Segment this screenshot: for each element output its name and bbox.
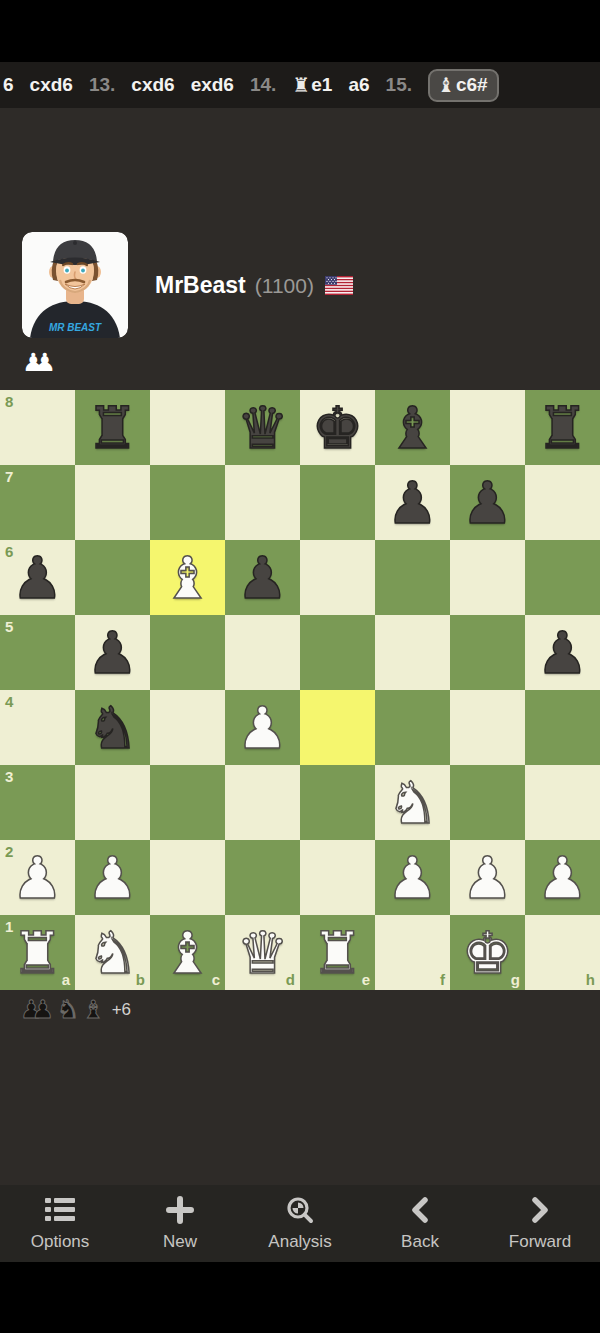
white-rook[interactable]: ♜ bbox=[300, 915, 375, 990]
square-b3[interactable] bbox=[75, 765, 150, 840]
white-pawn[interactable]: ♟ bbox=[0, 840, 75, 915]
chess-board[interactable]: 8♜♛♚♝♜7♟♟6♟♝♟5♟♟4♞♟3♞2♟♟♟♟♟1a♜b♞c♝d♛e♜fg… bbox=[0, 390, 600, 990]
options-list-icon bbox=[45, 1195, 75, 1225]
square-g8[interactable] bbox=[450, 390, 525, 465]
square-d4[interactable]: ♟ bbox=[225, 690, 300, 765]
app-screen: 6cxd613.cxd6exd614.♜e1a615.♝c6# bbox=[0, 0, 600, 1333]
square-g2[interactable]: ♟ bbox=[450, 840, 525, 915]
square-h5[interactable]: ♟ bbox=[525, 615, 600, 690]
white-king[interactable]: ♚ bbox=[450, 915, 525, 990]
square-f6[interactable] bbox=[375, 540, 450, 615]
move-number: 14. bbox=[250, 74, 276, 96]
black-pawn[interactable]: ♟ bbox=[225, 540, 300, 615]
square-e7[interactable] bbox=[300, 465, 375, 540]
square-d1[interactable]: d♛ bbox=[225, 915, 300, 990]
square-d3[interactable] bbox=[225, 765, 300, 840]
square-g6[interactable] bbox=[450, 540, 525, 615]
black-rook[interactable]: ♜ bbox=[75, 390, 150, 465]
square-h7[interactable] bbox=[525, 465, 600, 540]
us-flag-icon bbox=[325, 276, 353, 295]
white-pawn[interactable]: ♟ bbox=[375, 840, 450, 915]
square-d7[interactable] bbox=[225, 465, 300, 540]
move-item-selected[interactable]: ♝c6# bbox=[428, 69, 499, 102]
square-g4[interactable] bbox=[450, 690, 525, 765]
square-g3[interactable] bbox=[450, 765, 525, 840]
square-e3[interactable] bbox=[300, 765, 375, 840]
square-a3[interactable]: 3 bbox=[0, 765, 75, 840]
black-pawn[interactable]: ♟ bbox=[450, 465, 525, 540]
captured-white-pawn-icon: ♟ bbox=[33, 348, 55, 378]
square-a6[interactable]: 6♟ bbox=[0, 540, 75, 615]
square-c2[interactable] bbox=[150, 840, 225, 915]
square-b4[interactable]: ♞ bbox=[75, 690, 150, 765]
square-e5[interactable] bbox=[300, 615, 375, 690]
square-h3[interactable] bbox=[525, 765, 600, 840]
white-queen[interactable]: ♛ bbox=[225, 915, 300, 990]
captured-black-bishop-icon: ♝ bbox=[82, 995, 104, 1025]
rank-label-3: 3 bbox=[5, 768, 13, 785]
square-c5[interactable] bbox=[150, 615, 225, 690]
plus-icon bbox=[166, 1195, 194, 1225]
square-g5[interactable] bbox=[450, 615, 525, 690]
square-f4[interactable] bbox=[375, 690, 450, 765]
move-item[interactable]: 6 bbox=[3, 74, 14, 96]
square-c4[interactable] bbox=[150, 690, 225, 765]
black-pawn[interactable]: ♟ bbox=[0, 540, 75, 615]
move-item[interactable]: a6 bbox=[348, 74, 369, 96]
nav-forward-label: Forward bbox=[509, 1232, 571, 1252]
square-d6[interactable]: ♟ bbox=[225, 540, 300, 615]
square-e8[interactable]: ♚ bbox=[300, 390, 375, 465]
nav-options-button[interactable]: Options bbox=[0, 1185, 120, 1262]
square-e1[interactable]: e♜ bbox=[300, 915, 375, 990]
nav-back-button[interactable]: Back bbox=[360, 1185, 480, 1262]
nav-back-label: Back bbox=[401, 1232, 439, 1252]
rank-label-8: 8 bbox=[5, 393, 13, 410]
square-c3[interactable] bbox=[150, 765, 225, 840]
square-b5[interactable]: ♟ bbox=[75, 615, 150, 690]
square-b8[interactable]: ♜ bbox=[75, 390, 150, 465]
rook-figurine-icon: ♜ bbox=[292, 73, 310, 97]
square-f8[interactable]: ♝ bbox=[375, 390, 450, 465]
square-e4[interactable] bbox=[300, 690, 375, 765]
square-e2[interactable] bbox=[300, 840, 375, 915]
chevron-right-icon bbox=[528, 1195, 552, 1225]
player-info-top: MrBeast (1100) bbox=[155, 272, 353, 299]
square-h4[interactable] bbox=[525, 690, 600, 765]
square-c1[interactable]: c♝ bbox=[150, 915, 225, 990]
analysis-magnifier-icon bbox=[286, 1195, 314, 1225]
rank-label-5: 5 bbox=[5, 618, 13, 635]
file-label-h: h bbox=[586, 971, 595, 988]
square-d2[interactable] bbox=[225, 840, 300, 915]
white-knight[interactable]: ♞ bbox=[375, 765, 450, 840]
square-b7[interactable] bbox=[75, 465, 150, 540]
mrbeast-avatar-image: MR BEAST bbox=[22, 232, 128, 338]
square-h6[interactable] bbox=[525, 540, 600, 615]
nav-new-button[interactable]: New bbox=[120, 1185, 240, 1262]
bishop-figurine-icon: ♝ bbox=[437, 73, 455, 97]
move-number: 15. bbox=[386, 74, 412, 96]
square-c7[interactable] bbox=[150, 465, 225, 540]
move-item[interactable]: exd6 bbox=[191, 74, 234, 96]
chevron-left-icon bbox=[408, 1195, 432, 1225]
white-knight[interactable]: ♞ bbox=[75, 915, 150, 990]
bottom-nav: Options New Analysis bbox=[0, 1185, 600, 1262]
square-b2[interactable]: ♟ bbox=[75, 840, 150, 915]
white-pawn[interactable]: ♟ bbox=[75, 840, 150, 915]
square-c8[interactable] bbox=[150, 390, 225, 465]
svg-text:MR BEAST: MR BEAST bbox=[49, 322, 102, 333]
square-c6[interactable]: ♝ bbox=[150, 540, 225, 615]
square-a1[interactable]: 1a♜ bbox=[0, 915, 75, 990]
black-rook[interactable]: ♜ bbox=[525, 390, 600, 465]
square-g1[interactable]: g♚ bbox=[450, 915, 525, 990]
rank-label-7: 7 bbox=[5, 468, 13, 485]
player-avatar[interactable]: MR BEAST bbox=[22, 232, 128, 338]
white-rook[interactable]: ♜ bbox=[0, 915, 75, 990]
square-a5[interactable]: 5 bbox=[0, 615, 75, 690]
black-bishop[interactable]: ♝ bbox=[375, 390, 450, 465]
nav-new-label: New bbox=[163, 1232, 197, 1252]
square-h8[interactable]: ♜ bbox=[525, 390, 600, 465]
player-rating: (1100) bbox=[255, 274, 314, 298]
nav-analysis-label: Analysis bbox=[268, 1232, 331, 1252]
status-bar bbox=[0, 0, 600, 62]
square-g7[interactable]: ♟ bbox=[450, 465, 525, 540]
black-queen[interactable]: ♛ bbox=[225, 390, 300, 465]
square-f5[interactable] bbox=[375, 615, 450, 690]
black-pawn[interactable]: ♟ bbox=[75, 615, 150, 690]
black-knight[interactable]: ♞ bbox=[75, 690, 150, 765]
material-advantage: +6 bbox=[112, 1000, 131, 1020]
square-f2[interactable]: ♟ bbox=[375, 840, 450, 915]
captured-black-pawn-icon: ♟ bbox=[31, 995, 53, 1025]
white-bishop[interactable]: ♝ bbox=[150, 915, 225, 990]
square-a4[interactable]: 4 bbox=[0, 690, 75, 765]
black-pawn[interactable]: ♟ bbox=[375, 465, 450, 540]
square-h2[interactable]: ♟ bbox=[525, 840, 600, 915]
nav-forward-button[interactable]: Forward bbox=[480, 1185, 600, 1262]
square-d8[interactable]: ♛ bbox=[225, 390, 300, 465]
square-f1[interactable]: f bbox=[375, 915, 450, 990]
nav-analysis-button[interactable]: Analysis bbox=[240, 1185, 360, 1262]
move-number: 13. bbox=[89, 74, 115, 96]
square-b6[interactable] bbox=[75, 540, 150, 615]
square-a8[interactable]: 8 bbox=[0, 390, 75, 465]
move-item[interactable]: cxd6 bbox=[30, 74, 73, 96]
white-pawn[interactable]: ♟ bbox=[450, 840, 525, 915]
black-king[interactable]: ♚ bbox=[300, 390, 375, 465]
black-pawn[interactable]: ♟ bbox=[525, 615, 600, 690]
square-e6[interactable] bbox=[300, 540, 375, 615]
white-pawn[interactable]: ♟ bbox=[525, 840, 600, 915]
captured-black-knight-icon: ♞ bbox=[57, 995, 79, 1025]
file-label-f: f bbox=[440, 971, 445, 988]
square-a7[interactable]: 7 bbox=[0, 465, 75, 540]
square-f7[interactable]: ♟ bbox=[375, 465, 450, 540]
move-item[interactable]: cxd6 bbox=[131, 74, 174, 96]
player-name[interactable]: MrBeast bbox=[155, 272, 246, 299]
captured-pieces-bottom: ♟♟♞♝+6 bbox=[20, 993, 131, 1027]
square-b1[interactable]: b♞ bbox=[75, 915, 150, 990]
captured-pieces-top: ♟♟ bbox=[22, 348, 56, 378]
square-d5[interactable] bbox=[225, 615, 300, 690]
white-bishop[interactable]: ♝ bbox=[150, 540, 225, 615]
rank-label-4: 4 bbox=[5, 693, 13, 710]
square-h1[interactable]: h bbox=[525, 915, 600, 990]
move-list-bar[interactable]: 6cxd613.cxd6exd614.♜e1a615.♝c6# bbox=[0, 62, 600, 108]
android-gesture-area bbox=[0, 1262, 600, 1333]
square-f3[interactable]: ♞ bbox=[375, 765, 450, 840]
move-item[interactable]: ♜e1 bbox=[292, 73, 332, 97]
square-a2[interactable]: 2♟ bbox=[0, 840, 75, 915]
white-pawn[interactable]: ♟ bbox=[225, 690, 300, 765]
nav-options-label: Options bbox=[31, 1232, 90, 1252]
